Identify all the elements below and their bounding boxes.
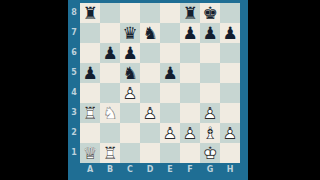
square-e1[interactable] <box>160 143 180 163</box>
square-e2[interactable]: ♟♙ <box>160 123 180 143</box>
square-c2[interactable] <box>120 123 140 143</box>
square-g6[interactable] <box>200 43 220 63</box>
square-h8[interactable] <box>220 3 240 23</box>
square-c3[interactable] <box>120 103 140 123</box>
square-a5[interactable]: ♟ <box>80 63 100 83</box>
square-h5[interactable] <box>220 63 240 83</box>
square-e6[interactable] <box>160 43 180 63</box>
square-d6[interactable] <box>140 43 160 63</box>
black-pawn[interactable]: ♟ <box>200 23 220 43</box>
square-g8[interactable]: ♚ <box>200 3 220 23</box>
file-labels: ABCDEFGH <box>80 163 240 178</box>
white-queen[interactable]: ♕ <box>80 143 100 163</box>
file-label-b: B <box>100 163 120 178</box>
square-b7[interactable] <box>100 23 120 43</box>
square-g7[interactable]: ♟ <box>200 23 220 43</box>
white-pawn[interactable]: ♙ <box>200 103 220 123</box>
square-h4[interactable] <box>220 83 240 103</box>
square-g5[interactable] <box>200 63 220 83</box>
square-f1[interactable] <box>180 143 200 163</box>
square-d1[interactable] <box>140 143 160 163</box>
square-g3[interactable]: ♟♙ <box>200 103 220 123</box>
rank-label-7: 7 <box>68 23 80 43</box>
white-rook[interactable]: ♖ <box>100 143 120 163</box>
square-a8[interactable]: ♜ <box>80 3 100 23</box>
square-d3[interactable]: ♟♙ <box>140 103 160 123</box>
square-a3[interactable]: ♜♖ <box>80 103 100 123</box>
white-pawn[interactable]: ♙ <box>160 123 180 143</box>
square-a4[interactable] <box>80 83 100 103</box>
square-g1[interactable]: ♚♔ <box>200 143 220 163</box>
square-b8[interactable] <box>100 3 120 23</box>
chess-panel: 87654321 ♜♜♚♛♞♟♟♟♟♟♟♞♟♟♙♜♖♞♘♟♙♟♙♟♙♟♙♝♗♟♙… <box>68 0 248 180</box>
rank-label-6: 6 <box>68 43 80 63</box>
white-pawn[interactable]: ♙ <box>220 123 240 143</box>
white-knight[interactable]: ♘ <box>100 103 120 123</box>
square-a2[interactable] <box>80 123 100 143</box>
black-queen[interactable]: ♛ <box>120 23 140 43</box>
rank-label-5: 5 <box>68 63 80 83</box>
square-c4[interactable]: ♟♙ <box>120 83 140 103</box>
square-h7[interactable]: ♟ <box>220 23 240 43</box>
square-a6[interactable] <box>80 43 100 63</box>
rank-label-1: 1 <box>68 143 80 163</box>
square-h1[interactable] <box>220 143 240 163</box>
square-f6[interactable] <box>180 43 200 63</box>
square-b2[interactable] <box>100 123 120 143</box>
rank-label-8: 8 <box>68 3 80 23</box>
square-d4[interactable] <box>140 83 160 103</box>
white-pawn[interactable]: ♙ <box>120 83 140 103</box>
square-c1[interactable] <box>120 143 140 163</box>
file-label-f: F <box>180 163 200 178</box>
file-label-g: G <box>200 163 220 178</box>
white-king[interactable]: ♔ <box>200 143 220 163</box>
square-b5[interactable] <box>100 63 120 83</box>
square-b1[interactable]: ♜♖ <box>100 143 120 163</box>
square-e5[interactable]: ♟ <box>160 63 180 83</box>
rank-label-2: 2 <box>68 123 80 143</box>
square-e7[interactable] <box>160 23 180 43</box>
rank-label-4: 4 <box>68 83 80 103</box>
square-f3[interactable] <box>180 103 200 123</box>
black-knight[interactable]: ♞ <box>120 63 140 83</box>
square-f4[interactable] <box>180 83 200 103</box>
square-c8[interactable] <box>120 3 140 23</box>
black-rook[interactable]: ♜ <box>80 3 100 23</box>
square-f8[interactable]: ♜ <box>180 3 200 23</box>
square-f2[interactable]: ♟♙ <box>180 123 200 143</box>
black-pawn[interactable]: ♟ <box>120 43 140 63</box>
square-h3[interactable] <box>220 103 240 123</box>
square-b6[interactable]: ♟ <box>100 43 120 63</box>
square-e3[interactable] <box>160 103 180 123</box>
square-b3[interactable]: ♞♘ <box>100 103 120 123</box>
square-c5[interactable]: ♞ <box>120 63 140 83</box>
file-label-d: D <box>140 163 160 178</box>
square-b4[interactable] <box>100 83 120 103</box>
chess-board: ♜♜♚♛♞♟♟♟♟♟♟♞♟♟♙♜♖♞♘♟♙♟♙♟♙♟♙♝♗♟♙♛♕♜♖♚♔ <box>80 3 240 163</box>
black-pawn[interactable]: ♟ <box>100 43 120 63</box>
square-c7[interactable]: ♛ <box>120 23 140 43</box>
square-e8[interactable] <box>160 3 180 23</box>
square-d2[interactable] <box>140 123 160 143</box>
square-e4[interactable] <box>160 83 180 103</box>
square-d5[interactable] <box>140 63 160 83</box>
square-d8[interactable] <box>140 3 160 23</box>
square-h2[interactable]: ♟♙ <box>220 123 240 143</box>
square-a1[interactable]: ♛♕ <box>80 143 100 163</box>
white-pawn[interactable]: ♙ <box>140 103 160 123</box>
square-a7[interactable] <box>80 23 100 43</box>
black-rook[interactable]: ♜ <box>180 3 200 23</box>
black-pawn[interactable]: ♟ <box>180 23 200 43</box>
file-label-h: H <box>220 163 240 178</box>
square-g2[interactable]: ♝♗ <box>200 123 220 143</box>
black-pawn[interactable]: ♟ <box>160 63 180 83</box>
square-c6[interactable]: ♟ <box>120 43 140 63</box>
file-label-a: A <box>80 163 100 178</box>
white-pawn[interactable]: ♙ <box>180 123 200 143</box>
square-f7[interactable]: ♟ <box>180 23 200 43</box>
white-bishop[interactable]: ♗ <box>200 123 220 143</box>
rank-labels: 87654321 <box>68 3 80 163</box>
file-label-e: E <box>160 163 180 178</box>
black-king[interactable]: ♚ <box>200 3 220 23</box>
square-g4[interactable] <box>200 83 220 103</box>
video-frame: 87654321 ♜♜♚♛♞♟♟♟♟♟♟♞♟♟♙♜♖♞♘♟♙♟♙♟♙♟♙♝♗♟♙… <box>0 0 320 180</box>
black-pawn[interactable]: ♟ <box>80 63 100 83</box>
black-knight[interactable]: ♞ <box>140 23 160 43</box>
rank-label-3: 3 <box>68 103 80 123</box>
square-f5[interactable] <box>180 63 200 83</box>
square-h6[interactable] <box>220 43 240 63</box>
black-pawn[interactable]: ♟ <box>220 23 240 43</box>
white-rook[interactable]: ♖ <box>80 103 100 123</box>
square-d7[interactable]: ♞ <box>140 23 160 43</box>
file-label-c: C <box>120 163 140 178</box>
